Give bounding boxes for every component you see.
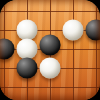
- board-edge-shading: [0, 0, 100, 100]
- go-board: [0, 0, 100, 100]
- go-app-icon[interactable]: [0, 0, 100, 100]
